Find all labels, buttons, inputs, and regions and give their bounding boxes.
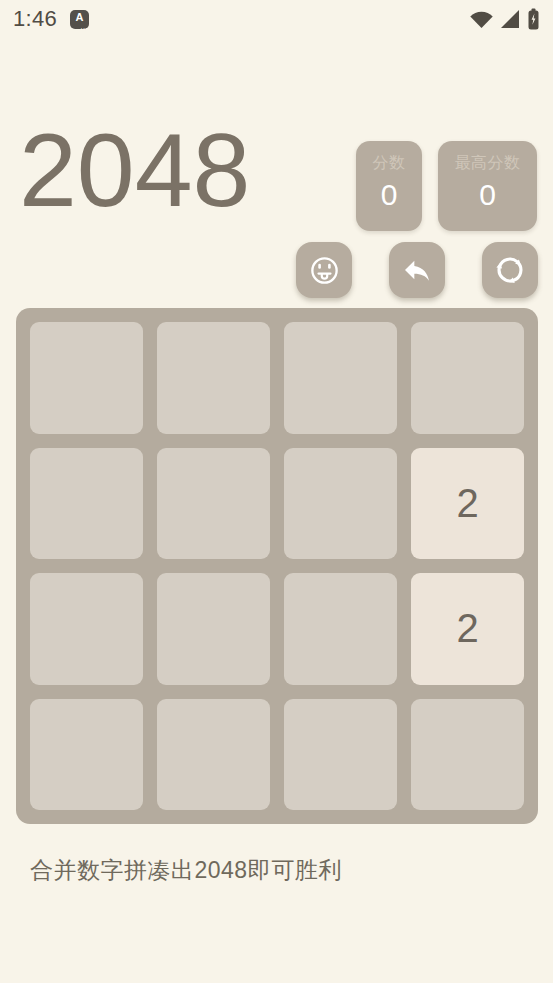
board-cell: [30, 699, 143, 811]
game-title: 2048: [19, 118, 250, 222]
undo-button[interactable]: [389, 242, 445, 298]
restart-refresh-icon: [493, 253, 527, 287]
best-score-box: 最高分数 0: [438, 141, 537, 231]
toolbar: [296, 242, 538, 298]
smiley-tongue-icon: [309, 255, 340, 286]
board-cell: [284, 573, 397, 685]
board[interactable]: 22: [16, 308, 538, 824]
app-notification-icon: A …: [70, 10, 89, 29]
undo-arrow-icon: [401, 254, 433, 286]
score-box: 分数 0: [356, 141, 422, 231]
app-icon-dots: …: [80, 24, 87, 30]
emoji-button[interactable]: [296, 242, 352, 298]
instruction-text: 合并数字拼凑出2048即可胜利: [30, 855, 342, 886]
board-cell: [157, 699, 270, 811]
score-value: 0: [381, 178, 398, 212]
status-bar-left: 1:46 A …: [13, 6, 89, 32]
board-cell: [30, 322, 143, 434]
board-cell: [284, 699, 397, 811]
board-cell: [411, 322, 524, 434]
board-cell: [284, 448, 397, 560]
board-cell: [157, 448, 270, 560]
board-cell: [30, 448, 143, 560]
restart-button[interactable]: [482, 242, 538, 298]
wifi-icon: [470, 9, 493, 29]
tile-2: 2: [411, 448, 524, 560]
cellular-signal-icon: [500, 9, 520, 29]
best-score-value: 0: [479, 178, 496, 212]
board-cell: [157, 322, 270, 434]
board-cell: [30, 573, 143, 685]
status-time: 1:46: [13, 6, 57, 32]
tile-2: 2: [411, 573, 524, 685]
battery-charging-icon: [527, 8, 540, 30]
board-cell: [157, 573, 270, 685]
app-screen: 1:46 A …: [0, 0, 553, 983]
status-bar-right: [470, 8, 540, 30]
best-score-label: 最高分数: [455, 153, 521, 174]
score-label: 分数: [373, 153, 406, 174]
board-cell: [411, 699, 524, 811]
board-cell: [284, 322, 397, 434]
status-bar: 1:46 A …: [0, 0, 553, 38]
